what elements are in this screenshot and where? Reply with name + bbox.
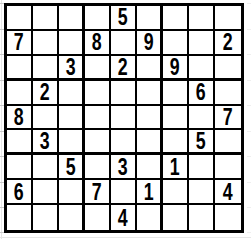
cell-r1c4-empty[interactable] bbox=[85, 6, 111, 31]
cell-r6c4-empty[interactable] bbox=[85, 130, 111, 155]
cell-r2c9-given: 2 bbox=[215, 31, 241, 56]
cell-r6c1-empty[interactable] bbox=[7, 130, 33, 155]
cell-r2c4-given: 8 bbox=[85, 31, 111, 56]
cell-r8c8-empty[interactable] bbox=[189, 180, 215, 205]
margin-gridline-stub-right bbox=[247, 156, 251, 157]
margin-gridline-stub-left bbox=[0, 29, 4, 30]
cell-r6c5-empty[interactable] bbox=[111, 130, 137, 155]
cell-r2c7-empty[interactable] bbox=[163, 31, 189, 56]
cell-r8c1-given: 6 bbox=[7, 180, 33, 205]
cell-r6c3-empty[interactable] bbox=[59, 130, 85, 155]
cell-r3c5-given: 2 bbox=[111, 56, 137, 81]
margin-gridline-vertical bbox=[1, 0, 2, 239]
cell-r7c8-empty[interactable] bbox=[189, 155, 215, 180]
cell-r2c1-given: 7 bbox=[7, 31, 33, 56]
cell-r7c2-empty[interactable] bbox=[33, 155, 59, 180]
given-digit: 8 bbox=[92, 31, 102, 54]
cell-r1c7-empty[interactable] bbox=[163, 6, 189, 31]
margin-gridline-stub-right bbox=[247, 105, 251, 106]
margin-gridline-stub-left bbox=[0, 131, 4, 132]
given-digit: 3 bbox=[66, 56, 76, 79]
cell-r7c9-empty[interactable] bbox=[215, 155, 241, 180]
cell-r4c7-empty[interactable] bbox=[163, 81, 189, 106]
margin-gridline-stub-right bbox=[247, 131, 251, 132]
cell-r5c6-empty[interactable] bbox=[137, 106, 163, 131]
given-digit: 6 bbox=[14, 180, 24, 203]
cell-r3c1-empty[interactable] bbox=[7, 56, 33, 81]
cell-r4c9-empty[interactable] bbox=[215, 81, 241, 106]
cell-r4c4-empty[interactable] bbox=[85, 81, 111, 106]
cell-r9c7-empty[interactable] bbox=[163, 205, 189, 230]
cell-r9c8-empty[interactable] bbox=[189, 205, 215, 230]
cell-r3c6-empty[interactable] bbox=[137, 56, 163, 81]
cell-r5c3-empty[interactable] bbox=[59, 106, 85, 131]
cell-r8c2-empty[interactable] bbox=[33, 180, 59, 205]
margin-gridline-stub-left bbox=[0, 3, 4, 4]
cell-r5c8-empty[interactable] bbox=[189, 106, 215, 131]
given-digit: 9 bbox=[144, 31, 154, 54]
given-digit: 7 bbox=[14, 31, 24, 54]
cell-r4c3-empty[interactable] bbox=[59, 81, 85, 106]
given-digit: 6 bbox=[196, 81, 206, 104]
cell-r3c9-empty[interactable] bbox=[215, 56, 241, 81]
cell-r9c4-empty[interactable] bbox=[85, 205, 111, 230]
cell-r2c5-empty[interactable] bbox=[111, 31, 137, 56]
cell-r9c6-empty[interactable] bbox=[137, 205, 163, 230]
cell-r1c3-empty[interactable] bbox=[59, 6, 85, 31]
cell-r8c4-given: 7 bbox=[85, 180, 111, 205]
margin-gridline-stub-right bbox=[247, 182, 251, 183]
margin-gridline-stub-right bbox=[247, 80, 251, 81]
cell-r1c2-empty[interactable] bbox=[33, 6, 59, 31]
cell-r3c3-given: 3 bbox=[59, 56, 85, 81]
cell-r6c8-given: 5 bbox=[189, 130, 215, 155]
cell-r6c9-empty[interactable] bbox=[215, 130, 241, 155]
margin-gridline-horizontal bbox=[0, 237, 251, 238]
sudoku-board: 5789232926873553167144 bbox=[4, 3, 244, 233]
given-digit: 2 bbox=[40, 81, 50, 104]
cell-r2c2-empty[interactable] bbox=[33, 31, 59, 56]
cell-r9c1-empty[interactable] bbox=[7, 205, 33, 230]
cell-r1c5-given: 5 bbox=[111, 6, 137, 31]
margin-gridline-stub-left bbox=[0, 80, 4, 81]
margin-gridline-stub-left bbox=[0, 182, 4, 183]
cell-r7c3-given: 5 bbox=[59, 155, 85, 180]
margin-gridline-stub-right bbox=[247, 3, 251, 4]
margin-gridline-stub-left bbox=[0, 156, 4, 157]
cell-r3c8-empty[interactable] bbox=[189, 56, 215, 81]
cell-r1c1-empty[interactable] bbox=[7, 6, 33, 31]
cell-r3c4-empty[interactable] bbox=[85, 56, 111, 81]
given-digit: 2 bbox=[223, 31, 233, 54]
cell-r2c6-given: 9 bbox=[137, 31, 163, 56]
given-digit: 5 bbox=[66, 155, 76, 178]
given-digit: 2 bbox=[118, 56, 128, 79]
given-digit: 7 bbox=[223, 106, 233, 129]
cell-r3c2-empty[interactable] bbox=[33, 56, 59, 81]
cell-r8c3-empty[interactable] bbox=[59, 180, 85, 205]
given-digit: 5 bbox=[118, 6, 128, 29]
cell-r5c9-given: 7 bbox=[215, 106, 241, 131]
given-digit: 1 bbox=[144, 180, 154, 203]
cell-r9c2-empty[interactable] bbox=[33, 205, 59, 230]
cell-r7c4-empty[interactable] bbox=[85, 155, 111, 180]
given-digit: 3 bbox=[118, 155, 128, 178]
cell-r5c4-empty[interactable] bbox=[85, 106, 111, 131]
cell-r7c7-given: 1 bbox=[163, 155, 189, 180]
given-digit: 5 bbox=[196, 130, 206, 153]
given-digit: 8 bbox=[14, 106, 24, 129]
cell-r5c5-empty[interactable] bbox=[111, 106, 137, 131]
margin-gridline-stub-left bbox=[0, 207, 4, 208]
cell-r7c1-empty[interactable] bbox=[7, 155, 33, 180]
margin-gridline-stub-right bbox=[247, 29, 251, 30]
cell-r4c2-given: 2 bbox=[33, 81, 59, 106]
cell-r9c3-empty[interactable] bbox=[59, 205, 85, 230]
given-digit: 3 bbox=[40, 130, 50, 153]
given-digit: 4 bbox=[223, 180, 233, 203]
cell-r9c5-given: 4 bbox=[111, 205, 137, 230]
cell-r4c1-empty[interactable] bbox=[7, 81, 33, 106]
cell-r1c9-empty[interactable] bbox=[215, 6, 241, 31]
cell-r8c5-empty[interactable] bbox=[111, 180, 137, 205]
cell-r1c6-empty[interactable] bbox=[137, 6, 163, 31]
given-digit: 4 bbox=[118, 206, 128, 230]
cell-r8c9-given: 4 bbox=[215, 180, 241, 205]
cell-r2c8-empty[interactable] bbox=[189, 31, 215, 56]
cell-r2c3-empty[interactable] bbox=[59, 31, 85, 56]
cell-r6c7-empty[interactable] bbox=[163, 130, 189, 155]
cell-r5c1-given: 8 bbox=[7, 106, 33, 131]
given-digit: 7 bbox=[92, 180, 102, 203]
screen: 5789232926873553167144 bbox=[0, 0, 251, 239]
cell-r3c7-given: 9 bbox=[163, 56, 189, 81]
given-digit: 9 bbox=[170, 56, 180, 79]
cell-r7c5-given: 3 bbox=[111, 155, 137, 180]
cell-r4c5-empty[interactable] bbox=[111, 81, 137, 106]
cell-r8c6-given: 1 bbox=[137, 180, 163, 205]
margin-gridline-stub-right bbox=[247, 207, 251, 208]
margin-gridline-stub-right bbox=[247, 54, 251, 55]
cell-r4c8-given: 6 bbox=[189, 81, 215, 106]
margin-gridline-stub-left bbox=[0, 54, 4, 55]
cell-r9c9-empty[interactable] bbox=[215, 205, 241, 230]
cell-r6c2-given: 3 bbox=[33, 130, 59, 155]
cell-r8c7-empty[interactable] bbox=[163, 180, 189, 205]
cell-r4c6-empty[interactable] bbox=[137, 81, 163, 106]
cell-r7c6-empty[interactable] bbox=[137, 155, 163, 180]
margin-gridline-stub-right bbox=[247, 232, 251, 233]
margin-gridline-stub-left bbox=[0, 232, 4, 233]
margin-gridline-stub-left bbox=[0, 105, 4, 106]
cell-r6c6-empty[interactable] bbox=[137, 130, 163, 155]
cell-r5c2-empty[interactable] bbox=[33, 106, 59, 131]
given-digit: 1 bbox=[170, 155, 180, 178]
cell-r1c8-empty[interactable] bbox=[189, 6, 215, 31]
cell-r5c7-empty[interactable] bbox=[163, 106, 189, 131]
